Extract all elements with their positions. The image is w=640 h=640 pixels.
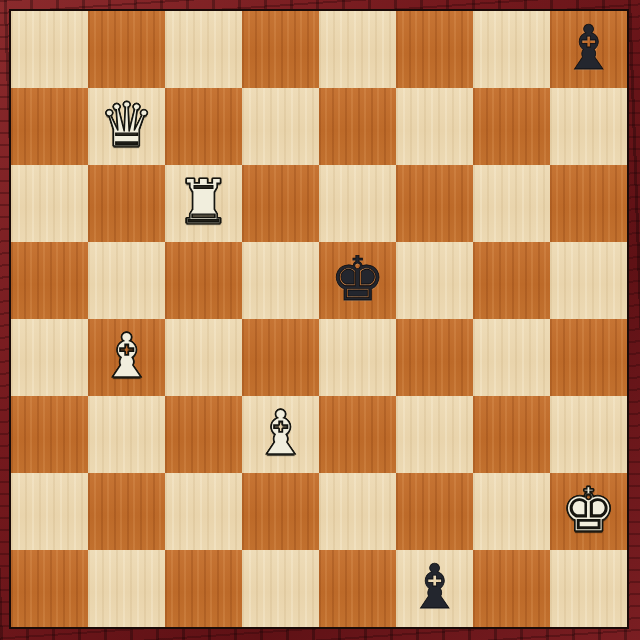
square-c7[interactable] [165,88,242,165]
square-a3[interactable] [11,396,88,473]
black-bishop-f1[interactable]: ♝ [407,556,462,617]
square-a6[interactable] [11,165,88,242]
black-bishop-h8[interactable]: ♝ [561,17,616,78]
square-e8[interactable] [319,11,396,88]
square-c8[interactable] [165,11,242,88]
square-d5[interactable] [242,242,319,319]
black-king-e5[interactable]: ♚ [330,248,385,309]
square-h6[interactable] [550,165,627,242]
square-h8[interactable]: ♝ [550,11,627,88]
square-g3[interactable] [473,396,550,473]
square-e1[interactable] [319,550,396,627]
square-g2[interactable] [473,473,550,550]
square-d8[interactable] [242,11,319,88]
square-a8[interactable] [11,11,88,88]
square-a4[interactable] [11,319,88,396]
square-c3[interactable] [165,396,242,473]
square-g6[interactable] [473,165,550,242]
square-e3[interactable] [319,396,396,473]
square-d6[interactable] [242,165,319,242]
square-d4[interactable] [242,319,319,396]
white-bishop-d3[interactable]: ♝ [253,402,308,463]
board-frame: ♝♛♜♚♝♝♚♝ [0,0,640,640]
square-d2[interactable] [242,473,319,550]
square-h1[interactable] [550,550,627,627]
square-f5[interactable] [396,242,473,319]
square-e7[interactable] [319,88,396,165]
square-h5[interactable] [550,242,627,319]
square-b2[interactable] [88,473,165,550]
white-rook-c6[interactable]: ♜ [176,171,231,232]
square-b5[interactable] [88,242,165,319]
square-e4[interactable] [319,319,396,396]
square-c1[interactable] [165,550,242,627]
square-b8[interactable] [88,11,165,88]
square-h4[interactable] [550,319,627,396]
square-e6[interactable] [319,165,396,242]
square-b4[interactable]: ♝ [88,319,165,396]
square-f3[interactable] [396,396,473,473]
square-h7[interactable] [550,88,627,165]
board-inner-outline: ♝♛♜♚♝♝♚♝ [9,9,629,629]
square-h2[interactable]: ♚ [550,473,627,550]
square-f8[interactable] [396,11,473,88]
square-g8[interactable] [473,11,550,88]
square-b7[interactable]: ♛ [88,88,165,165]
square-f2[interactable] [396,473,473,550]
square-e5[interactable]: ♚ [319,242,396,319]
square-g5[interactable] [473,242,550,319]
square-g4[interactable] [473,319,550,396]
square-f6[interactable] [396,165,473,242]
square-c2[interactable] [165,473,242,550]
square-d1[interactable] [242,550,319,627]
square-e2[interactable] [319,473,396,550]
square-a1[interactable] [11,550,88,627]
square-a2[interactable] [11,473,88,550]
square-c5[interactable] [165,242,242,319]
square-b1[interactable] [88,550,165,627]
chess-board: ♝♛♜♚♝♝♚♝ [11,11,627,627]
square-f1[interactable]: ♝ [396,550,473,627]
square-a5[interactable] [11,242,88,319]
square-f4[interactable] [396,319,473,396]
square-f7[interactable] [396,88,473,165]
square-c4[interactable] [165,319,242,396]
square-g1[interactable] [473,550,550,627]
square-a7[interactable] [11,88,88,165]
square-h3[interactable] [550,396,627,473]
square-g7[interactable] [473,88,550,165]
square-d7[interactable] [242,88,319,165]
square-c6[interactable]: ♜ [165,165,242,242]
square-b6[interactable] [88,165,165,242]
square-b3[interactable] [88,396,165,473]
square-d3[interactable]: ♝ [242,396,319,473]
white-king-h2[interactable]: ♚ [561,479,616,540]
white-queen-b7[interactable]: ♛ [99,94,154,155]
white-bishop-b4[interactable]: ♝ [99,325,154,386]
